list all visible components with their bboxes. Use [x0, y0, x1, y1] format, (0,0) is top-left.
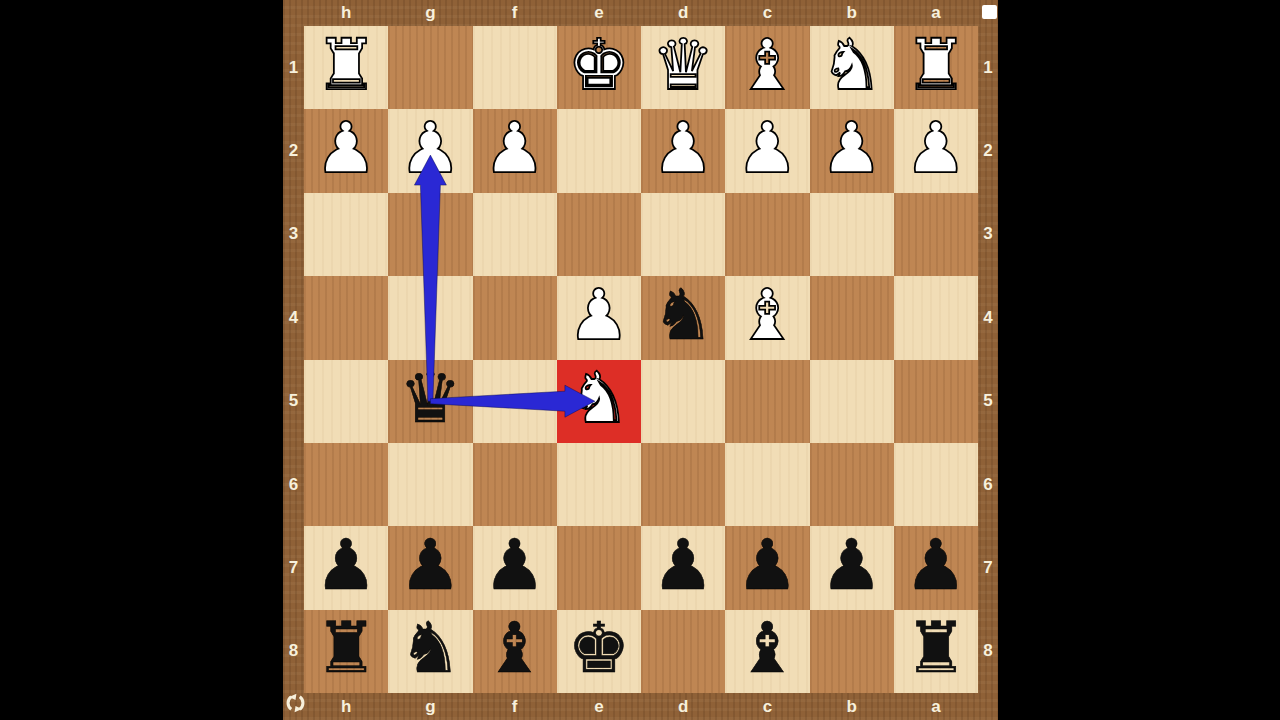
white-knight-b1: ♞ [820, 30, 883, 100]
square-c6[interactable] [725, 443, 809, 526]
rank-label-right-7: 7 [978, 526, 998, 609]
square-g8[interactable]: ♞ [388, 610, 472, 693]
black-pawn-f7: ♟ [483, 530, 546, 600]
square-b5[interactable] [810, 360, 894, 443]
square-e1[interactable]: ♚ [557, 26, 641, 109]
square-c8[interactable]: ♝ [725, 610, 809, 693]
white-knight-e5: ♞ [567, 363, 630, 433]
square-g7[interactable]: ♟ [388, 526, 472, 609]
black-knight-d4: ♞ [652, 280, 715, 350]
square-f6[interactable] [473, 443, 557, 526]
square-h3[interactable] [304, 193, 388, 276]
black-pawn-c7: ♟ [736, 530, 799, 600]
file-label-bottom-c: c [725, 693, 809, 720]
square-e3[interactable] [557, 193, 641, 276]
black-queen-g5: ♛ [399, 363, 462, 433]
square-a6[interactable] [894, 443, 978, 526]
rank-label-right-5: 5 [978, 360, 998, 443]
white-pawn-d2: ♟ [652, 113, 715, 183]
square-d1[interactable]: ♛ [641, 26, 725, 109]
screen: hgfedcba 12345678 12345678 hgfedcba ♜♚♛♝… [0, 0, 1280, 720]
rank-label-right-8: 8 [978, 610, 998, 693]
file-label-bottom-f: f [473, 693, 557, 720]
file-labels-bottom: hgfedcba [304, 693, 978, 720]
file-label-top-d: d [641, 0, 725, 26]
square-h7[interactable]: ♟ [304, 526, 388, 609]
square-b7[interactable]: ♟ [810, 526, 894, 609]
square-b2[interactable]: ♟ [810, 109, 894, 192]
black-rook-a8: ♜ [904, 613, 967, 683]
square-g4[interactable] [388, 276, 472, 359]
square-a4[interactable] [894, 276, 978, 359]
square-h4[interactable] [304, 276, 388, 359]
rank-label-right-1: 1 [978, 26, 998, 109]
stop-square-icon[interactable] [982, 5, 997, 19]
square-g5[interactable]: ♛ [388, 360, 472, 443]
square-f1[interactable] [473, 26, 557, 109]
white-king-e1: ♚ [567, 30, 630, 100]
black-rook-h8: ♜ [315, 613, 378, 683]
rank-label-right-6: 6 [978, 443, 998, 526]
file-label-top-g: g [388, 0, 472, 26]
rank-label-right-3: 3 [978, 193, 998, 276]
square-a5[interactable] [894, 360, 978, 443]
black-bishop-f8: ♝ [483, 613, 546, 683]
square-d4[interactable]: ♞ [641, 276, 725, 359]
white-bishop-c4: ♝ [736, 280, 799, 350]
black-pawn-h7: ♟ [315, 530, 378, 600]
white-rook-h1: ♜ [315, 30, 378, 100]
square-d7[interactable]: ♟ [641, 526, 725, 609]
black-pawn-b7: ♟ [820, 530, 883, 600]
black-pawn-g7: ♟ [399, 530, 462, 600]
square-a7[interactable]: ♟ [894, 526, 978, 609]
rank-label-left-3: 3 [283, 193, 304, 276]
rank-label-left-6: 6 [283, 443, 304, 526]
square-e8[interactable]: ♚ [557, 610, 641, 693]
white-pawn-a2: ♟ [904, 113, 967, 183]
square-b3[interactable] [810, 193, 894, 276]
square-b8[interactable] [810, 610, 894, 693]
rank-labels-left: 12345678 [283, 26, 304, 693]
square-e7[interactable] [557, 526, 641, 609]
file-labels-top: hgfedcba [304, 0, 978, 26]
file-label-top-h: h [304, 0, 388, 26]
rank-label-left-7: 7 [283, 526, 304, 609]
square-h5[interactable] [304, 360, 388, 443]
square-d2[interactable]: ♟ [641, 109, 725, 192]
white-pawn-b2: ♟ [820, 113, 883, 183]
rank-label-left-4: 4 [283, 276, 304, 359]
square-e2[interactable] [557, 109, 641, 192]
rank-label-left-5: 5 [283, 360, 304, 443]
file-label-bottom-e: e [557, 693, 641, 720]
square-e5[interactable]: ♞ [557, 360, 641, 443]
square-d5[interactable] [641, 360, 725, 443]
square-f5[interactable] [473, 360, 557, 443]
square-g1[interactable] [388, 26, 472, 109]
file-label-bottom-g: g [388, 693, 472, 720]
square-g6[interactable] [388, 443, 472, 526]
square-c2[interactable]: ♟ [725, 109, 809, 192]
square-b4[interactable] [810, 276, 894, 359]
rank-labels-right: 12345678 [978, 26, 998, 693]
white-pawn-f2: ♟ [483, 113, 546, 183]
black-king-e8: ♚ [567, 613, 630, 683]
square-a3[interactable] [894, 193, 978, 276]
square-f7[interactable]: ♟ [473, 526, 557, 609]
white-queen-d1: ♛ [652, 30, 715, 100]
rank-label-right-2: 2 [978, 109, 998, 192]
square-f8[interactable]: ♝ [473, 610, 557, 693]
square-h8[interactable]: ♜ [304, 610, 388, 693]
square-a2[interactable]: ♟ [894, 109, 978, 192]
square-c1[interactable]: ♝ [725, 26, 809, 109]
square-e4[interactable]: ♟ [557, 276, 641, 359]
file-label-bottom-h: h [304, 693, 388, 720]
square-a1[interactable]: ♜ [894, 26, 978, 109]
flip-board-button[interactable] [285, 690, 306, 716]
square-b1[interactable]: ♞ [810, 26, 894, 109]
file-label-top-b: b [810, 0, 894, 26]
square-g2[interactable]: ♟ [388, 109, 472, 192]
square-c3[interactable] [725, 193, 809, 276]
square-f3[interactable] [473, 193, 557, 276]
square-b6[interactable] [810, 443, 894, 526]
square-c4[interactable]: ♝ [725, 276, 809, 359]
square-d8[interactable] [641, 610, 725, 693]
square-d3[interactable] [641, 193, 725, 276]
file-label-top-f: f [473, 0, 557, 26]
file-label-bottom-b: b [810, 693, 894, 720]
rank-label-left-8: 8 [283, 610, 304, 693]
file-label-bottom-d: d [641, 693, 725, 720]
rank-label-left-2: 2 [283, 109, 304, 192]
file-label-bottom-a: a [894, 693, 978, 720]
chess-board-frame: hgfedcba 12345678 12345678 hgfedcba ♜♚♛♝… [283, 0, 998, 720]
white-pawn-c2: ♟ [736, 113, 799, 183]
black-bishop-c8: ♝ [736, 613, 799, 683]
file-label-top-c: c [725, 0, 809, 26]
square-c7[interactable]: ♟ [725, 526, 809, 609]
white-rook-a1: ♜ [904, 30, 967, 100]
square-c5[interactable] [725, 360, 809, 443]
white-pawn-e4: ♟ [567, 280, 630, 350]
flip-board-icon [286, 692, 305, 714]
square-f2[interactable]: ♟ [473, 109, 557, 192]
chess-board: ♜♚♛♝♞♜♟♟♟♟♟♟♟♟♞♝♛♞♟♟♟♟♟♟♟♜♞♝♚♝♜ [304, 26, 978, 693]
square-e6[interactable] [557, 443, 641, 526]
square-f4[interactable] [473, 276, 557, 359]
square-a8[interactable]: ♜ [894, 610, 978, 693]
black-pawn-a7: ♟ [904, 530, 967, 600]
white-bishop-c1: ♝ [736, 30, 799, 100]
square-h6[interactable] [304, 443, 388, 526]
square-h2[interactable]: ♟ [304, 109, 388, 192]
rank-label-right-4: 4 [978, 276, 998, 359]
black-pawn-d7: ♟ [652, 530, 715, 600]
file-label-top-e: e [557, 0, 641, 26]
black-knight-g8: ♞ [399, 613, 462, 683]
white-pawn-h2: ♟ [315, 113, 378, 183]
white-pawn-g2: ♟ [399, 113, 462, 183]
file-label-top-a: a [894, 0, 978, 26]
square-g3[interactable] [388, 193, 472, 276]
square-d6[interactable] [641, 443, 725, 526]
rank-label-left-1: 1 [283, 26, 304, 109]
square-h1[interactable]: ♜ [304, 26, 388, 109]
